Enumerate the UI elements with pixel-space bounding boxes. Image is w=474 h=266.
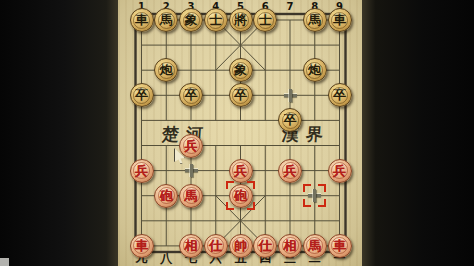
last-move-bracket — [303, 184, 326, 207]
xiangqi-board[interactable]: 123456789 九八七六五四三二一 楚河 漢界 車馬象士將士馬車炮象炮卒卒卒… — [118, 0, 362, 266]
left-black-bar — [0, 0, 118, 266]
last-move-markers — [118, 0, 362, 266]
last-move-bracket — [226, 181, 255, 210]
bottom-left-artifact — [0, 258, 9, 266]
right-black-bar — [362, 0, 474, 266]
screenshot-stage: 123456789 九八七六五四三二一 楚河 漢界 車馬象士將士馬車炮象炮卒卒卒… — [0, 0, 474, 266]
